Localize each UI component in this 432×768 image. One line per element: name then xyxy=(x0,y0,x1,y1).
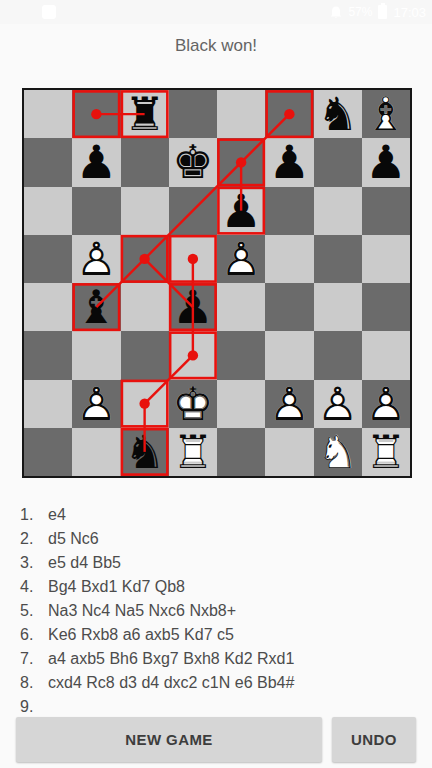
move-text: e5 d4 Bb5 xyxy=(48,551,121,575)
square-c5[interactable] xyxy=(121,235,169,283)
move-number: 5. xyxy=(20,599,44,623)
piece-black-king: ♚ xyxy=(169,138,217,186)
move-row: 4.Bg4 Bxd1 Kd7 Qb8 xyxy=(0,575,432,599)
move-row: 8.cxd4 Rc8 d3 d4 dxc2 c1N e6 Bb4# xyxy=(0,671,432,695)
piece-outline: ♙ xyxy=(72,235,120,283)
move-text: cxd4 Rc8 d3 d4 dxc2 c1N e6 Bb4# xyxy=(48,671,294,695)
move-number: 1. xyxy=(20,503,44,527)
piece-outline: ♙ xyxy=(314,380,362,428)
square-c2[interactable] xyxy=(121,380,169,428)
square-f8[interactable] xyxy=(265,90,313,138)
square-h3[interactable] xyxy=(362,331,410,379)
square-e4[interactable] xyxy=(217,283,265,331)
piece-outline: ♖ xyxy=(362,428,410,476)
piece-white-rook: ♜♖ xyxy=(362,428,410,476)
square-g2[interactable]: ♟♙ xyxy=(314,380,362,428)
square-c7[interactable] xyxy=(121,138,169,186)
square-e8[interactable] xyxy=(217,90,265,138)
square-b4[interactable]: ♝ xyxy=(72,283,120,331)
move-text: Na3 Nc4 Na5 Nxc6 Nxb8+ xyxy=(48,599,236,623)
piece-black-knight: ♞ xyxy=(121,428,169,476)
square-g7[interactable] xyxy=(314,138,362,186)
status-bar-clock: 17:03 xyxy=(393,5,426,20)
square-g1[interactable]: ♞♘ xyxy=(314,428,362,476)
square-h7[interactable]: ♟ xyxy=(362,138,410,186)
move-list[interactable]: 1.e42.d5 Nc63.e5 d4 Bb54.Bg4 Bxd1 Kd7 Qb… xyxy=(0,503,432,719)
piece-black-bishop: ♝ xyxy=(72,283,120,331)
move-row: 6.Ke6 Rxb8 a6 axb5 Kd7 c5 xyxy=(0,623,432,647)
piece-black-pawn: ♟ xyxy=(169,283,217,331)
piece-black-pawn: ♟ xyxy=(362,138,410,186)
square-a3[interactable] xyxy=(24,331,72,379)
square-e3[interactable] xyxy=(217,331,265,379)
piece-outline: ♙ xyxy=(72,380,120,428)
battery-percent: 57% xyxy=(348,5,372,19)
bell-icon xyxy=(330,6,342,19)
move-row: 1.e4 xyxy=(0,503,432,527)
move-number: 3. xyxy=(20,551,44,575)
square-h1[interactable]: ♜♖ xyxy=(362,428,410,476)
move-row: 5.Na3 Nc4 Na5 Nxc6 Nxb8+ xyxy=(0,599,432,623)
piece-white-pawn: ♟♙ xyxy=(265,380,313,428)
square-d6[interactable] xyxy=(169,187,217,235)
piece-black-rook: ♜ xyxy=(121,90,169,138)
piece-outline: ♔ xyxy=(169,380,217,428)
square-g6[interactable] xyxy=(314,187,362,235)
square-d2[interactable]: ♚♔ xyxy=(169,380,217,428)
board-grid: ♜♞♝♗♟♚♟♟♟♟♙♟♙♝♟♟♙♚♔♟♙♟♙♟♙♞♜♖♞♘♜♖ xyxy=(24,90,410,476)
square-e1[interactable] xyxy=(217,428,265,476)
move-row: 7.a4 axb5 Bh6 Bxg7 Bxh8 Kd2 Rxd1 xyxy=(0,647,432,671)
square-f2[interactable]: ♟♙ xyxy=(265,380,313,428)
square-g4[interactable] xyxy=(314,283,362,331)
square-h5[interactable] xyxy=(362,235,410,283)
square-a1[interactable] xyxy=(24,428,72,476)
square-a8[interactable] xyxy=(24,90,72,138)
square-g8[interactable]: ♞ xyxy=(314,90,362,138)
move-text: a4 axb5 Bh6 Bxg7 Bxh8 Kd2 Rxd1 xyxy=(48,647,294,671)
piece-outline: ♙ xyxy=(265,380,313,428)
piece-outline: ♘ xyxy=(314,428,362,476)
piece-white-king: ♚♔ xyxy=(169,380,217,428)
piece-outline: ♙ xyxy=(217,235,265,283)
square-a4[interactable] xyxy=(24,283,72,331)
piece-outline: ♗ xyxy=(362,90,410,138)
status-bar: 57% 17:03 xyxy=(0,0,432,24)
square-a7[interactable] xyxy=(24,138,72,186)
square-f3[interactable] xyxy=(265,331,313,379)
square-f6[interactable] xyxy=(265,187,313,235)
square-c6[interactable] xyxy=(121,187,169,235)
square-e6[interactable]: ♟ xyxy=(217,187,265,235)
square-b1[interactable] xyxy=(72,428,120,476)
move-row: 2.d5 Nc6 xyxy=(0,527,432,551)
square-b2[interactable]: ♟♙ xyxy=(72,380,120,428)
piece-white-pawn: ♟♙ xyxy=(72,235,120,283)
square-h4[interactable] xyxy=(362,283,410,331)
piece-black-pawn: ♟ xyxy=(217,187,265,235)
piece-white-pawn: ♟♙ xyxy=(362,380,410,428)
square-h8[interactable]: ♝♗ xyxy=(362,90,410,138)
square-c1[interactable]: ♞ xyxy=(121,428,169,476)
square-e2[interactable] xyxy=(217,380,265,428)
move-number: 2. xyxy=(20,527,44,551)
battery-icon xyxy=(378,5,387,19)
square-f4[interactable] xyxy=(265,283,313,331)
move-text: e4 xyxy=(48,503,66,527)
square-a2[interactable] xyxy=(24,380,72,428)
move-number: 4. xyxy=(20,575,44,599)
notification-icon xyxy=(42,5,56,19)
square-e5[interactable]: ♟♙ xyxy=(217,235,265,283)
square-d1[interactable]: ♜♖ xyxy=(169,428,217,476)
piece-white-pawn: ♟♙ xyxy=(217,235,265,283)
square-g3[interactable] xyxy=(314,331,362,379)
square-c4[interactable] xyxy=(121,283,169,331)
piece-white-rook: ♜♖ xyxy=(169,428,217,476)
piece-white-pawn: ♟♙ xyxy=(314,380,362,428)
square-b7[interactable]: ♟ xyxy=(72,138,120,186)
game-status-title: Black won! xyxy=(0,36,432,56)
square-e7[interactable] xyxy=(217,138,265,186)
square-f1[interactable] xyxy=(265,428,313,476)
piece-black-pawn: ♟ xyxy=(72,138,120,186)
piece-outline: ♖ xyxy=(169,428,217,476)
square-f7[interactable]: ♟ xyxy=(265,138,313,186)
new-game-button[interactable]: NEW GAME xyxy=(16,717,322,762)
square-d7[interactable]: ♚ xyxy=(169,138,217,186)
square-d5[interactable] xyxy=(169,235,217,283)
square-d4[interactable]: ♟ xyxy=(169,283,217,331)
piece-white-bishop: ♝♗ xyxy=(362,90,410,138)
square-h2[interactable]: ♟♙ xyxy=(362,380,410,428)
square-h6[interactable] xyxy=(362,187,410,235)
move-number: 9. xyxy=(20,695,44,719)
move-text: Ke6 Rxb8 a6 axb5 Kd7 c5 xyxy=(48,623,234,647)
piece-white-pawn: ♟♙ xyxy=(72,380,120,428)
square-c8[interactable]: ♜ xyxy=(121,90,169,138)
chess-board: ♜♞♝♗♟♚♟♟♟♟♙♟♙♝♟♟♙♚♔♟♙♟♙♟♙♞♜♖♞♘♜♖ xyxy=(22,88,412,478)
square-d3[interactable] xyxy=(169,331,217,379)
square-a5[interactable] xyxy=(24,235,72,283)
square-f5[interactable] xyxy=(265,235,313,283)
move-row: 9. xyxy=(0,695,432,719)
status-bar-right: 57% 17:03 xyxy=(330,0,426,24)
move-row: 3.e5 d4 Bb5 xyxy=(0,551,432,575)
move-number: 8. xyxy=(20,671,44,695)
square-b8[interactable] xyxy=(72,90,120,138)
square-c3[interactable] xyxy=(121,331,169,379)
piece-white-knight: ♞♘ xyxy=(314,428,362,476)
square-g5[interactable] xyxy=(314,235,362,283)
move-text: Bg4 Bxd1 Kd7 Qb8 xyxy=(48,575,185,599)
square-a6[interactable] xyxy=(24,187,72,235)
piece-black-pawn: ♟ xyxy=(265,138,313,186)
piece-outline: ♙ xyxy=(362,380,410,428)
piece-black-knight: ♞ xyxy=(314,90,362,138)
square-d8[interactable] xyxy=(169,90,217,138)
square-b6[interactable] xyxy=(72,187,120,235)
undo-button[interactable]: UNDO xyxy=(332,717,416,762)
move-number: 6. xyxy=(20,623,44,647)
square-b3[interactable] xyxy=(72,331,120,379)
move-text: d5 Nc6 xyxy=(48,527,99,551)
move-number: 7. xyxy=(20,647,44,671)
square-b5[interactable]: ♟♙ xyxy=(72,235,120,283)
